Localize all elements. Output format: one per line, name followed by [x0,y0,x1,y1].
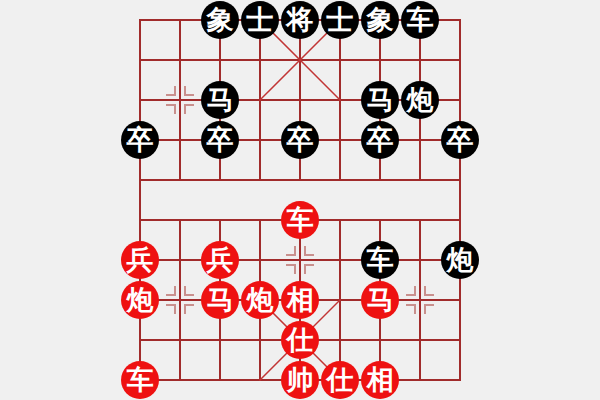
piece-red-advisor-right[interactable]: 仕 [321,361,359,399]
piece-black-soldier-2[interactable]: 卒 [201,121,239,159]
piece-black-elephant-right[interactable]: 象 [361,1,399,39]
piece-red-general[interactable]: 帅 [281,361,319,399]
piece-red-advisor-center[interactable]: 仕 [281,321,319,359]
piece-red-horse-left[interactable]: 马 [201,281,239,319]
piece-black-horse-right[interactable]: 马 [361,81,399,119]
piece-red-cannon-left[interactable]: 炮 [121,281,159,319]
piece-black-general[interactable]: 将 [281,1,319,39]
piece-black-soldier-4[interactable]: 卒 [361,121,399,159]
piece-red-horse-right[interactable]: 马 [361,281,399,319]
piece-black-cannon-right[interactable]: 炮 [401,81,439,119]
piece-black-cannon-left[interactable]: 炮 [441,241,479,279]
piece-black-horse-left[interactable]: 马 [201,81,239,119]
piece-red-elephant-center[interactable]: 相 [281,281,319,319]
xiangqi-board-stage: 象士将士象车马马炮卒卒卒卒卒车炮车兵兵炮马炮相马仕车帅仕相 [0,0,600,400]
piece-red-soldier-1[interactable]: 兵 [121,241,159,279]
piece-black-chariot-right[interactable]: 车 [401,1,439,39]
piece-red-cannon-right[interactable]: 炮 [241,281,279,319]
piece-red-chariot-advanced[interactable]: 车 [281,201,319,239]
piece-black-chariot-left[interactable]: 车 [361,241,399,279]
piece-black-soldier-1[interactable]: 卒 [121,121,159,159]
piece-black-soldier-5[interactable]: 卒 [441,121,479,159]
piece-black-advisor-left[interactable]: 士 [241,1,279,39]
piece-black-soldier-3[interactable]: 卒 [281,121,319,159]
piece-red-soldier-2[interactable]: 兵 [201,241,239,279]
piece-red-elephant-right[interactable]: 相 [361,361,399,399]
piece-black-advisor-right[interactable]: 士 [321,1,359,39]
piece-black-elephant-left[interactable]: 象 [201,1,239,39]
piece-red-chariot-home[interactable]: 车 [121,361,159,399]
pieces-layer: 象士将士象车马马炮卒卒卒卒卒车炮车兵兵炮马炮相马仕车帅仕相 [120,0,480,400]
